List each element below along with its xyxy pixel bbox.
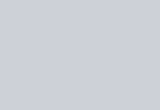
bead-photo bbox=[0, 0, 160, 110]
top-bead-strand bbox=[0, 0, 160, 110]
